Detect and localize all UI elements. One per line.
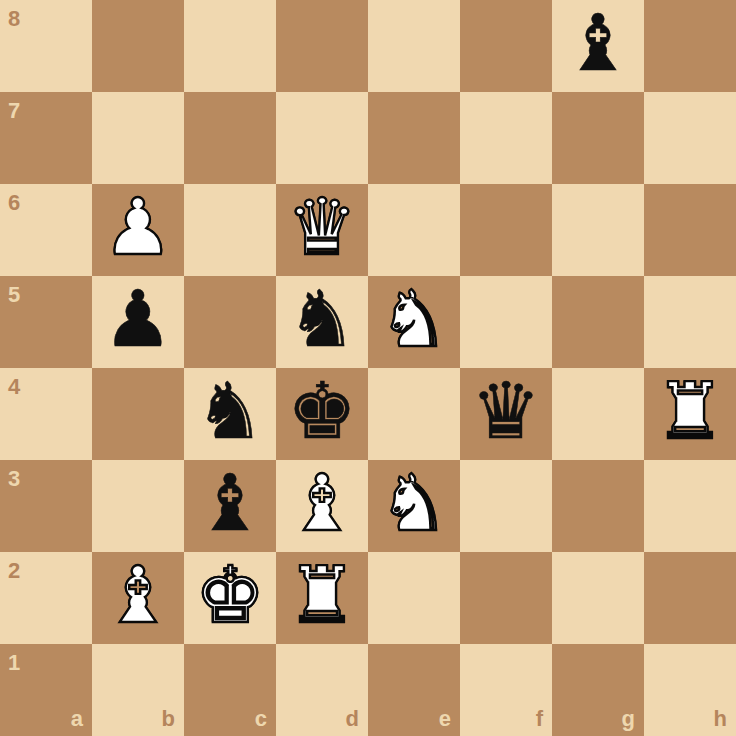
- square-b3[interactable]: [92, 460, 184, 552]
- square-c3[interactable]: ♝: [184, 460, 276, 552]
- square-c6[interactable]: [184, 184, 276, 276]
- square-h1[interactable]: h: [644, 644, 736, 736]
- black-knight-c4[interactable]: ♞: [184, 365, 276, 457]
- square-e8[interactable]: [368, 0, 460, 92]
- square-f5[interactable]: [460, 276, 552, 368]
- square-g1[interactable]: g: [552, 644, 644, 736]
- square-b5[interactable]: ♟: [92, 276, 184, 368]
- square-a3[interactable]: 3: [0, 460, 92, 552]
- white-bishop-b2[interactable]: ♝: [92, 549, 184, 641]
- square-c4[interactable]: ♞: [184, 368, 276, 460]
- file-label-c: c: [255, 708, 267, 730]
- rank-label-8: 8: [8, 8, 20, 30]
- white-knight-e3[interactable]: ♞: [368, 457, 460, 549]
- square-e4[interactable]: [368, 368, 460, 460]
- square-c7[interactable]: [184, 92, 276, 184]
- square-f8[interactable]: [460, 0, 552, 92]
- rank-label-6: 6: [8, 192, 20, 214]
- square-g3[interactable]: [552, 460, 644, 552]
- white-bishop-d3[interactable]: ♝: [276, 457, 368, 549]
- file-label-g: g: [622, 708, 635, 730]
- square-f6[interactable]: [460, 184, 552, 276]
- square-d6[interactable]: ♛: [276, 184, 368, 276]
- square-g5[interactable]: [552, 276, 644, 368]
- square-a4[interactable]: 4: [0, 368, 92, 460]
- square-b6[interactable]: ♟: [92, 184, 184, 276]
- rank-label-5: 5: [8, 284, 20, 306]
- rank-label-2: 2: [8, 560, 20, 582]
- file-label-e: e: [439, 708, 451, 730]
- file-label-d: d: [346, 708, 359, 730]
- square-a2[interactable]: 2: [0, 552, 92, 644]
- square-e3[interactable]: ♞: [368, 460, 460, 552]
- square-b4[interactable]: [92, 368, 184, 460]
- square-f3[interactable]: [460, 460, 552, 552]
- black-knight-d5[interactable]: ♞: [276, 273, 368, 365]
- square-g4[interactable]: [552, 368, 644, 460]
- file-label-f: f: [536, 708, 543, 730]
- square-a1[interactable]: 1a: [0, 644, 92, 736]
- file-label-a: a: [71, 708, 83, 730]
- square-b7[interactable]: [92, 92, 184, 184]
- black-bishop-c3[interactable]: ♝: [184, 457, 276, 549]
- square-d1[interactable]: d: [276, 644, 368, 736]
- black-pawn-b5[interactable]: ♟: [92, 273, 184, 365]
- rank-label-7: 7: [8, 100, 20, 122]
- file-label-h: h: [714, 708, 727, 730]
- square-f7[interactable]: [460, 92, 552, 184]
- square-h4[interactable]: ♜: [644, 368, 736, 460]
- black-king-d4[interactable]: ♚: [276, 365, 368, 457]
- white-knight-e5[interactable]: ♞: [368, 273, 460, 365]
- square-a6[interactable]: 6: [0, 184, 92, 276]
- white-rook-h4[interactable]: ♜: [644, 365, 736, 457]
- square-h8[interactable]: [644, 0, 736, 92]
- square-c2[interactable]: ♚: [184, 552, 276, 644]
- square-h2[interactable]: [644, 552, 736, 644]
- square-e5[interactable]: ♞: [368, 276, 460, 368]
- white-rook-d2[interactable]: ♜: [276, 549, 368, 641]
- square-f4[interactable]: ♛: [460, 368, 552, 460]
- square-h6[interactable]: [644, 184, 736, 276]
- square-h5[interactable]: [644, 276, 736, 368]
- square-g2[interactable]: [552, 552, 644, 644]
- square-c1[interactable]: c: [184, 644, 276, 736]
- square-b1[interactable]: b: [92, 644, 184, 736]
- square-a5[interactable]: 5: [0, 276, 92, 368]
- square-d5[interactable]: ♞: [276, 276, 368, 368]
- black-bishop-g8[interactable]: ♝: [552, 0, 644, 89]
- square-h3[interactable]: [644, 460, 736, 552]
- square-f2[interactable]: [460, 552, 552, 644]
- square-b8[interactable]: [92, 0, 184, 92]
- square-g8[interactable]: ♝: [552, 0, 644, 92]
- square-d8[interactable]: [276, 0, 368, 92]
- square-e2[interactable]: [368, 552, 460, 644]
- file-label-b: b: [162, 708, 175, 730]
- white-queen-d6[interactable]: ♛: [276, 181, 368, 273]
- white-king-c2[interactable]: ♚: [184, 549, 276, 641]
- white-pawn-b6[interactable]: ♟: [92, 181, 184, 273]
- square-e6[interactable]: [368, 184, 460, 276]
- square-e1[interactable]: e: [368, 644, 460, 736]
- rank-label-3: 3: [8, 468, 20, 490]
- square-d4[interactable]: ♚: [276, 368, 368, 460]
- square-g7[interactable]: [552, 92, 644, 184]
- square-c8[interactable]: [184, 0, 276, 92]
- chess-board: 8♝76♟♛5♟♞♞4♞♚♛♜3♝♝♞2♝♚♜1abcdefgh: [0, 0, 736, 736]
- rank-label-1: 1: [8, 652, 20, 674]
- square-g6[interactable]: [552, 184, 644, 276]
- square-d7[interactable]: [276, 92, 368, 184]
- square-d3[interactable]: ♝: [276, 460, 368, 552]
- square-a7[interactable]: 7: [0, 92, 92, 184]
- square-a8[interactable]: 8: [0, 0, 92, 92]
- square-d2[interactable]: ♜: [276, 552, 368, 644]
- square-f1[interactable]: f: [460, 644, 552, 736]
- square-e7[interactable]: [368, 92, 460, 184]
- square-b2[interactable]: ♝: [92, 552, 184, 644]
- square-c5[interactable]: [184, 276, 276, 368]
- square-h7[interactable]: [644, 92, 736, 184]
- black-queen-f4[interactable]: ♛: [460, 365, 552, 457]
- rank-label-4: 4: [8, 376, 20, 398]
